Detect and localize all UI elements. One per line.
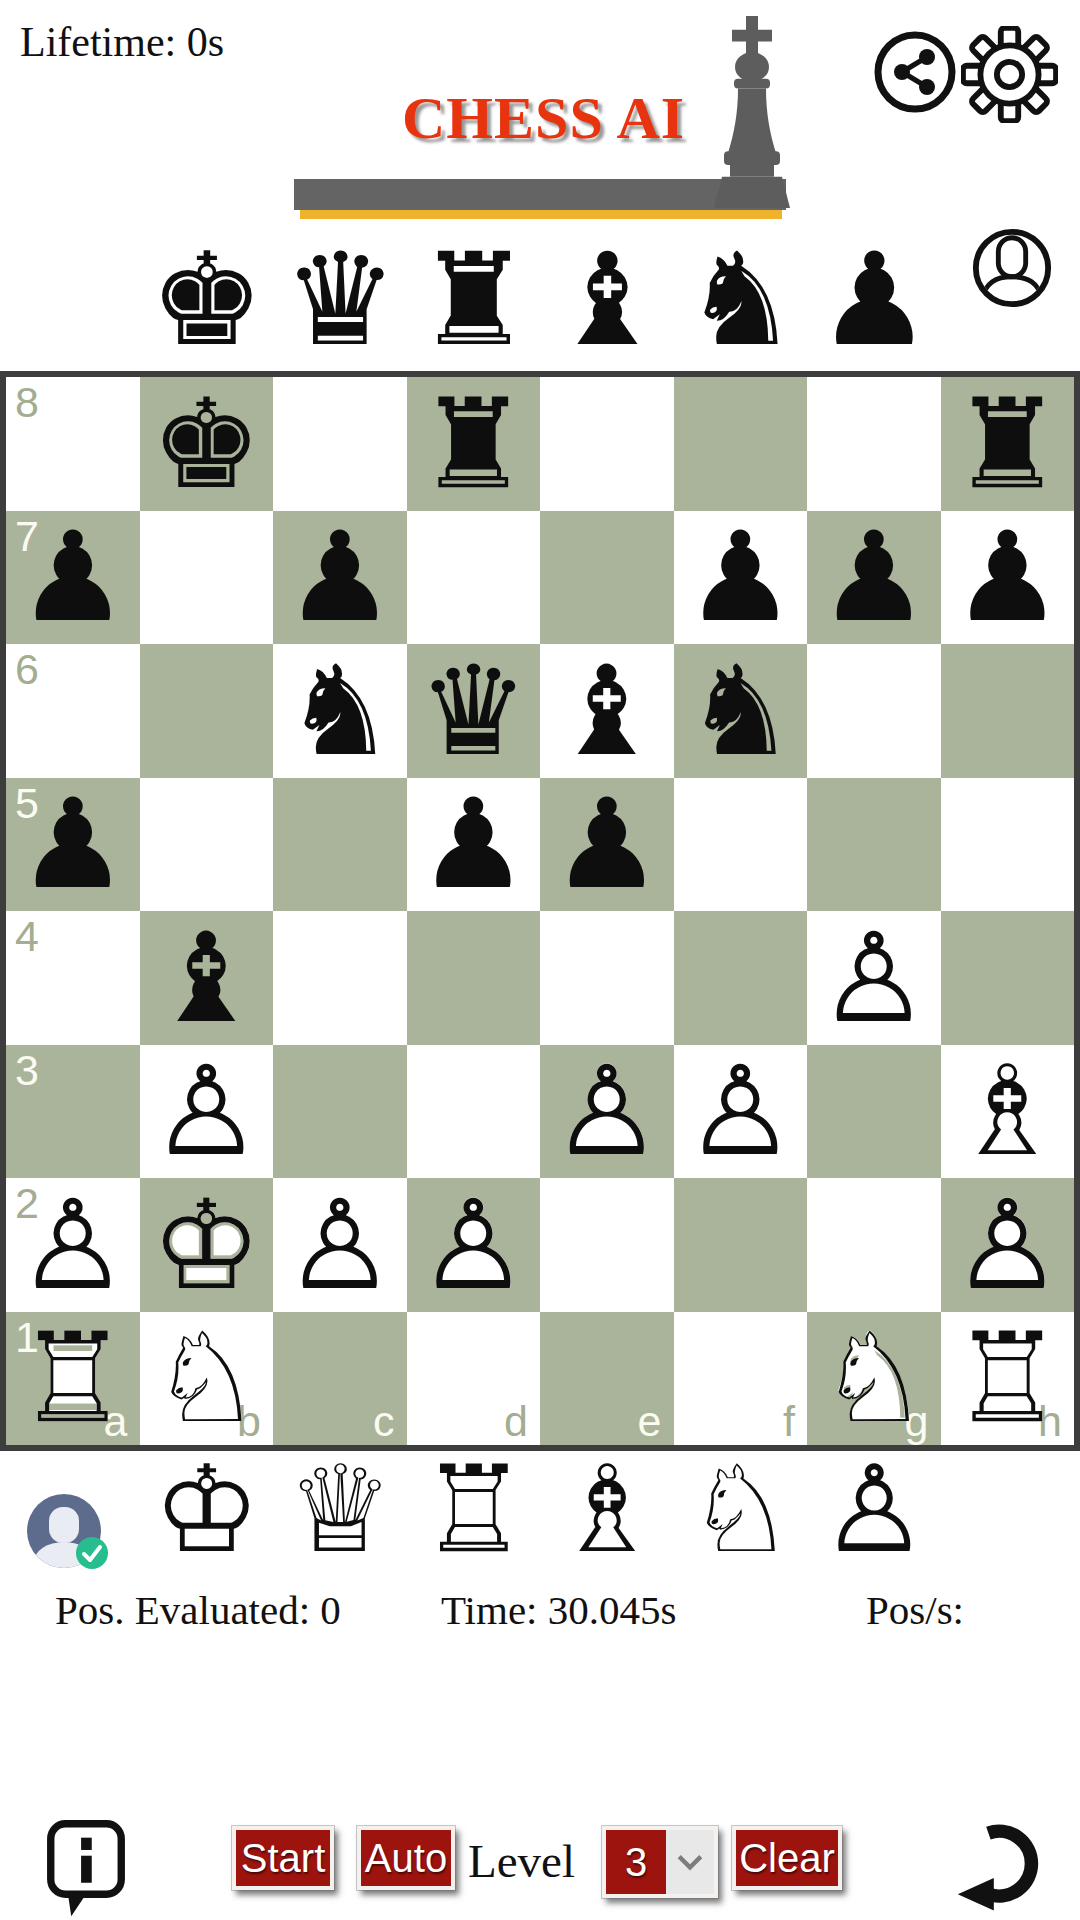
white-king: ♚♔ [140, 1178, 274, 1312]
white-tray-queen[interactable]: ♛♕ [274, 1448, 408, 1570]
square-h2[interactable]: ♟♙ [941, 1178, 1075, 1312]
square-g3[interactable] [807, 1045, 941, 1179]
file-label: e [638, 1397, 662, 1445]
black-knight: ♞ [273, 644, 407, 778]
square-f7[interactable]: ♟ [674, 511, 808, 645]
lifetime-label: Lifetime: 0s [20, 18, 224, 66]
white-tray-king[interactable]: ♚♔ [140, 1448, 274, 1570]
white-pawn: ♟♙ [808, 1448, 942, 1570]
black-pawn: ♟ [407, 778, 541, 912]
square-e1[interactable]: e [540, 1312, 674, 1446]
square-h6[interactable] [941, 644, 1075, 778]
black-bishop: ♝ [140, 911, 274, 1045]
chevron-down-icon [666, 1830, 714, 1894]
square-c8[interactable] [273, 377, 407, 511]
square-g2[interactable] [807, 1178, 941, 1312]
black-pawn: ♟ [941, 511, 1075, 645]
black-tray-queen[interactable]: ♛ [274, 228, 408, 370]
white-queen: ♛♕ [274, 1448, 408, 1570]
square-e4[interactable] [540, 911, 674, 1045]
white-pawn: ♟♙ [674, 1045, 808, 1179]
level-select[interactable]: 3 [602, 1826, 718, 1898]
start-button[interactable]: Start [232, 1826, 334, 1890]
white-tray-bishop[interactable]: ♝♗ [541, 1448, 675, 1570]
square-h7[interactable]: ♟ [941, 511, 1075, 645]
square-a3[interactable]: 3 [6, 1045, 140, 1179]
black-rook: ♜ [407, 377, 541, 511]
black-pawn: ♟ [6, 511, 140, 645]
white-pawn: ♟♙ [407, 1178, 541, 1312]
level-label: Level [468, 1834, 575, 1888]
black-king: ♚ [140, 377, 274, 511]
white-knight: ♞♘ [674, 1448, 808, 1570]
square-b3[interactable]: ♟♙ [140, 1045, 274, 1179]
square-f8[interactable] [674, 377, 808, 511]
square-c5[interactable] [273, 778, 407, 912]
square-f2[interactable] [674, 1178, 808, 1312]
app-title: CHESS AI [402, 84, 685, 153]
square-f5[interactable] [674, 778, 808, 912]
black-pawn: ♟ [6, 778, 140, 912]
black-bishop: ♝ [541, 228, 675, 370]
square-b6[interactable] [140, 644, 274, 778]
white-rook: ♜♖ [407, 1448, 541, 1570]
white-pawn: ♟♙ [540, 1045, 674, 1179]
black-rook: ♜ [941, 377, 1075, 511]
black-pawn: ♟ [674, 511, 808, 645]
white-king: ♚♔ [140, 1448, 274, 1570]
square-g7[interactable]: ♟ [807, 511, 941, 645]
black-pawn: ♟ [540, 778, 674, 912]
square-g1[interactable]: g♞♘ [807, 1312, 941, 1446]
square-a1[interactable]: 1a♜♖ [6, 1312, 140, 1446]
square-d1[interactable]: d [407, 1312, 541, 1446]
square-f4[interactable] [674, 911, 808, 1045]
black-tray-knight[interactable]: ♞ [674, 228, 808, 370]
square-a4[interactable]: 4 [6, 911, 140, 1045]
clear-button[interactable]: Clear [732, 1826, 842, 1890]
white-pawn: ♟♙ [941, 1178, 1075, 1312]
file-label: d [504, 1397, 528, 1445]
square-c2[interactable]: ♟♙ [273, 1178, 407, 1312]
square-e6[interactable]: ♝ [540, 644, 674, 778]
white-tray-knight[interactable]: ♞♘ [674, 1448, 808, 1570]
chess-board: 8♚♜♜7♟♟♟♟♟6♞♛♝♞5♟♟♟4♝♟♙3♟♙♟♙♟♙♝♗2♟♙♚♔♟♙♟… [0, 371, 1080, 1451]
square-e2[interactable] [540, 1178, 674, 1312]
white-bishop: ♝♗ [941, 1045, 1075, 1179]
white-pawn: ♟♙ [273, 1178, 407, 1312]
square-b1[interactable]: b♞♘ [140, 1312, 274, 1446]
square-e8[interactable] [540, 377, 674, 511]
black-queen: ♛ [274, 228, 408, 370]
white-tray-rook[interactable]: ♜♖ [407, 1448, 541, 1570]
white-knight: ♞♘ [140, 1312, 274, 1446]
square-d8[interactable]: ♜ [407, 377, 541, 511]
square-h8[interactable]: ♜ [941, 377, 1075, 511]
white-bishop: ♝♗ [541, 1448, 675, 1570]
square-d6[interactable]: ♛ [407, 644, 541, 778]
info-icon[interactable] [45, 1818, 127, 1918]
black-pawn: ♟ [273, 511, 407, 645]
black-tray-bishop[interactable]: ♝ [541, 228, 675, 370]
black-pawn: ♟ [808, 228, 942, 370]
rank-label: 3 [15, 1047, 39, 1093]
square-c3[interactable] [273, 1045, 407, 1179]
square-c1[interactable]: c [273, 1312, 407, 1446]
square-h1[interactable]: h♜♖ [941, 1312, 1075, 1446]
file-label: f [783, 1397, 795, 1445]
profile-icon[interactable] [969, 225, 1055, 311]
white-rook: ♜♖ [941, 1312, 1075, 1446]
square-b2[interactable]: ♚♔ [140, 1178, 274, 1312]
level-value: 3 [606, 1830, 666, 1894]
square-d5[interactable]: ♟ [407, 778, 541, 912]
white-pawn: ♟♙ [140, 1045, 274, 1179]
square-a2[interactable]: 2♟♙ [6, 1178, 140, 1312]
black-rook: ♜ [407, 228, 541, 370]
black-queen: ♛ [407, 644, 541, 778]
black-knight: ♞ [674, 228, 808, 370]
time-stat: Time: 30.045s [441, 1586, 676, 1634]
chess-ai-app: Lifetime: 0s CHESS AI [0, 0, 1080, 1920]
square-d7[interactable] [407, 511, 541, 645]
gear-icon[interactable] [961, 26, 1058, 123]
black-king: ♚ [140, 228, 274, 370]
rank-label: 6 [15, 646, 39, 692]
square-h3[interactable]: ♝♗ [941, 1045, 1075, 1179]
square-b5[interactable] [140, 778, 274, 912]
board-grid: 8♚♜♜7♟♟♟♟♟6♞♛♝♞5♟♟♟4♝♟♙3♟♙♟♙♟♙♝♗2♟♙♚♔♟♙♟… [6, 377, 1074, 1445]
rank-label: 8 [15, 379, 39, 425]
white-knight: ♞♘ [807, 1312, 941, 1446]
black-tray-king[interactable]: ♚ [140, 228, 274, 370]
logo-king-silhouette [710, 16, 794, 212]
white-piece-tray: ♚♔♛♕♜♖♝♗♞♘♟♙ [140, 1448, 941, 1570]
rank-label: 4 [15, 913, 39, 959]
square-c6[interactable]: ♞ [273, 644, 407, 778]
square-f6[interactable]: ♞ [674, 644, 808, 778]
square-g5[interactable] [807, 778, 941, 912]
square-d3[interactable] [407, 1045, 541, 1179]
square-b7[interactable] [140, 511, 274, 645]
square-d4[interactable] [407, 911, 541, 1045]
square-a6[interactable]: 6 [6, 644, 140, 778]
black-tray-pawn[interactable]: ♟ [808, 228, 942, 370]
undo-icon[interactable] [950, 1824, 1052, 1914]
white-tray-pawn[interactable]: ♟♙ [808, 1448, 942, 1570]
black-bishop: ♝ [540, 644, 674, 778]
black-knight: ♞ [674, 644, 808, 778]
square-f3[interactable]: ♟♙ [674, 1045, 808, 1179]
square-g4[interactable]: ♟♙ [807, 911, 941, 1045]
square-c7[interactable]: ♟ [273, 511, 407, 645]
check-icon [76, 1537, 108, 1569]
square-a7[interactable]: 7♟ [6, 511, 140, 645]
black-pawn: ♟ [807, 511, 941, 645]
positions-per-second: Pos/s: [866, 1586, 964, 1634]
white-rook: ♜♖ [6, 1312, 140, 1446]
positions-evaluated: Pos. Evaluated: 0 [55, 1586, 341, 1634]
square-f1[interactable]: f [674, 1312, 808, 1446]
share-icon[interactable] [871, 28, 959, 116]
square-b4[interactable]: ♝ [140, 911, 274, 1045]
square-d2[interactable]: ♟♙ [407, 1178, 541, 1312]
square-c4[interactable] [273, 911, 407, 1045]
auto-button[interactable]: Auto [357, 1826, 455, 1890]
square-a5[interactable]: 5♟ [6, 778, 140, 912]
square-a8[interactable]: 8 [6, 377, 140, 511]
black-piece-tray: ♚♛♜♝♞♟ [140, 228, 941, 370]
square-g8[interactable] [807, 377, 941, 511]
square-g6[interactable] [807, 644, 941, 778]
square-e3[interactable]: ♟♙ [540, 1045, 674, 1179]
square-e5[interactable]: ♟ [540, 778, 674, 912]
square-h5[interactable] [941, 778, 1075, 912]
white-pawn: ♟♙ [6, 1178, 140, 1312]
black-tray-rook[interactable]: ♜ [407, 228, 541, 370]
square-e7[interactable] [540, 511, 674, 645]
square-b8[interactable]: ♚ [140, 377, 274, 511]
white-pawn: ♟♙ [807, 911, 941, 1045]
square-h4[interactable] [941, 911, 1075, 1045]
file-label: c [373, 1397, 395, 1445]
